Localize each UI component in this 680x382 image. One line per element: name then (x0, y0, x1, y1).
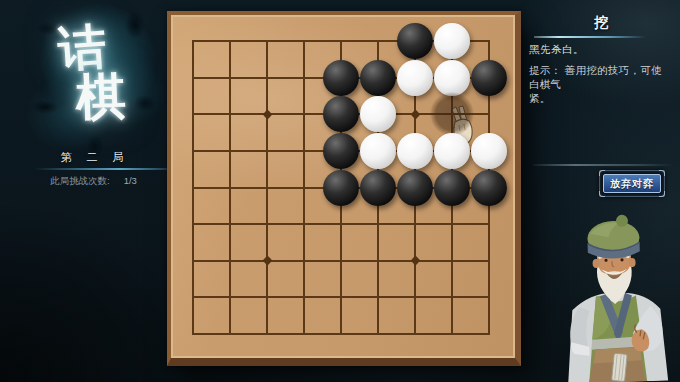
star-point (410, 256, 420, 266)
hover-preview-stone[interactable] (430, 92, 474, 136)
stone-black (323, 170, 359, 206)
attempts-counter: 此局挑战次数:1/3 (50, 175, 137, 188)
left-divider (34, 168, 176, 170)
hint-text: 提示： 善用挖的技巧，可使白棋气 紧。 (529, 63, 669, 105)
objective-text: 黑先杀白。 (529, 43, 584, 57)
title-divider (534, 36, 646, 38)
stone-white (397, 60, 433, 96)
grid-line-horizontal (192, 296, 490, 298)
grid-line-horizontal (192, 260, 490, 262)
star-point (262, 109, 272, 119)
hint-line-1: 提示： 善用挖的技巧，可使白棋气 (529, 63, 669, 91)
stone-white (397, 133, 433, 169)
hint-line-2: 紧。 (529, 91, 669, 105)
stone-black (360, 60, 396, 96)
star-point (410, 109, 420, 119)
grid-line-horizontal (192, 333, 490, 335)
stone-black (360, 170, 396, 206)
stone-black (434, 170, 470, 206)
stone-white (360, 96, 396, 132)
stone-black (323, 96, 359, 132)
stone-black (397, 170, 433, 206)
stone-white (434, 133, 470, 169)
stone-white (434, 60, 470, 96)
go-board (167, 11, 521, 366)
old-man-character (550, 211, 680, 382)
button-divider (533, 164, 673, 166)
resign-button-label: 放弃对弈 (603, 174, 661, 193)
stone-black (397, 23, 433, 59)
grid-line-horizontal (192, 223, 490, 225)
stone-black (323, 60, 359, 96)
attempts-value: 1/3 (124, 175, 137, 186)
resign-button[interactable]: 放弃对弈 (599, 170, 665, 197)
technique-title: 挖 (527, 14, 677, 32)
tsumego-screen: 诘 棋 第 二 局 此局挑战次数:1/3 挖 黑先杀白。 提示： 善用挖的技巧，… (0, 0, 680, 382)
stone-black (323, 133, 359, 169)
stone-white (360, 133, 396, 169)
attempts-label: 此局挑战次数: (50, 175, 110, 186)
calligraphy-title-char-2: 棋 (75, 63, 127, 132)
stone-black (471, 60, 507, 96)
star-point (262, 256, 272, 266)
stone-white (471, 133, 507, 169)
round-label: 第 二 局 (36, 150, 148, 165)
go-grid[interactable] (193, 41, 489, 334)
stone-black (471, 170, 507, 206)
stone-white (434, 23, 470, 59)
